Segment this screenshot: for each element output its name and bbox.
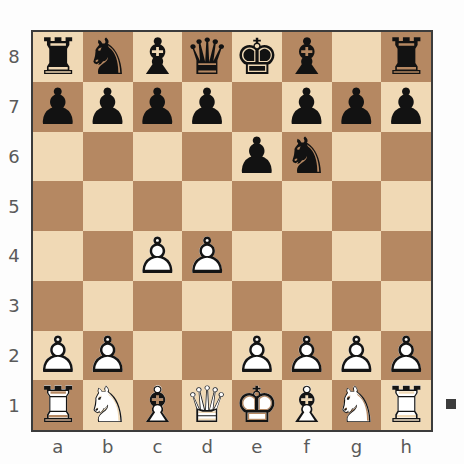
square-e2[interactable]: ♟♙ — [232, 331, 282, 381]
piece-fill: ♚ — [232, 32, 282, 82]
square-h7[interactable]: ♟ — [381, 82, 431, 132]
white-pawn[interactable]: ♟♙ — [332, 331, 382, 381]
square-h5[interactable] — [381, 181, 431, 231]
square-d5[interactable] — [182, 181, 232, 231]
square-g5[interactable] — [332, 181, 382, 231]
rank-label-2: 2 — [2, 331, 26, 381]
square-c2[interactable] — [133, 331, 183, 381]
piece-outline: ♙ — [332, 331, 382, 381]
rank-label-6: 6 — [2, 132, 26, 182]
white-king[interactable]: ♚♔ — [232, 380, 282, 430]
white-rook[interactable]: ♜♖ — [381, 380, 431, 430]
piece-fill: ♝ — [133, 32, 183, 82]
square-a3[interactable] — [33, 281, 83, 331]
piece-fill: ♞ — [282, 132, 332, 182]
piece-fill: ♟ — [282, 82, 332, 132]
square-e8[interactable]: ♚ — [232, 32, 282, 82]
square-a2[interactable]: ♟♙ — [33, 331, 83, 381]
white-bishop[interactable]: ♝♗ — [133, 380, 183, 430]
square-a8[interactable]: ♜ — [33, 32, 83, 82]
file-label-f: f — [282, 434, 332, 458]
board[interactable]: ♜♞♝♛♚♝♜♟♟♟♟♟♟♟♟♞♟♙♟♙♟♙♟♙♟♙♟♙♟♙♟♙♜♖♞♘♝♗♛♕… — [33, 32, 431, 430]
board-frame: ♜♞♝♛♚♝♜♟♟♟♟♟♟♟♟♞♟♙♟♙♟♙♟♙♟♙♟♙♟♙♟♙♜♖♞♘♝♗♛♕… — [31, 30, 433, 432]
square-d6[interactable] — [182, 132, 232, 182]
white-bishop[interactable]: ♝♗ — [282, 380, 332, 430]
square-f6[interactable]: ♞ — [282, 132, 332, 182]
square-h2[interactable]: ♟♙ — [381, 331, 431, 381]
piece-outline: ♘ — [332, 380, 382, 430]
piece-outline: ♙ — [33, 331, 83, 381]
rank-label-1: 1 — [2, 380, 26, 430]
piece-outline: ♙ — [133, 231, 183, 281]
file-label-e: e — [232, 434, 282, 458]
square-b5[interactable] — [83, 181, 133, 231]
piece-fill: ♜ — [381, 32, 431, 82]
file-labels: abcdefgh — [33, 434, 431, 458]
square-f5[interactable] — [282, 181, 332, 231]
square-c8[interactable]: ♝ — [133, 32, 183, 82]
square-e3[interactable] — [232, 281, 282, 331]
file-label-b: b — [83, 434, 133, 458]
square-g3[interactable] — [332, 281, 382, 331]
piece-outline: ♘ — [83, 380, 133, 430]
square-c1[interactable]: ♝♗ — [133, 380, 183, 430]
black-pawn[interactable]: ♟ — [133, 82, 183, 132]
white-pawn[interactable]: ♟♙ — [83, 331, 133, 381]
piece-fill: ♛ — [182, 32, 232, 82]
square-c4[interactable]: ♟♙ — [133, 231, 183, 281]
black-pawn[interactable]: ♟ — [232, 132, 282, 182]
piece-outline: ♔ — [232, 380, 282, 430]
square-b4[interactable] — [83, 231, 133, 281]
square-g7[interactable]: ♟ — [332, 82, 382, 132]
file-label-h: h — [381, 434, 431, 458]
square-b3[interactable] — [83, 281, 133, 331]
piece-fill: ♝ — [282, 32, 332, 82]
square-e5[interactable] — [232, 181, 282, 231]
white-pawn[interactable]: ♟♙ — [381, 331, 431, 381]
file-label-d: d — [182, 434, 232, 458]
black-pawn[interactable]: ♟ — [282, 82, 332, 132]
square-f4[interactable] — [282, 231, 332, 281]
rank-label-3: 3 — [2, 281, 26, 331]
square-b6[interactable] — [83, 132, 133, 182]
square-b1[interactable]: ♞♘ — [83, 380, 133, 430]
piece-fill: ♟ — [381, 82, 431, 132]
piece-fill: ♟ — [232, 132, 282, 182]
square-g2[interactable]: ♟♙ — [332, 331, 382, 381]
white-pawn[interactable]: ♟♙ — [182, 231, 232, 281]
square-f1[interactable]: ♝♗ — [282, 380, 332, 430]
piece-outline: ♙ — [381, 331, 431, 381]
square-h6[interactable] — [381, 132, 431, 182]
piece-outline: ♙ — [83, 331, 133, 381]
piece-fill: ♟ — [133, 82, 183, 132]
square-a7[interactable]: ♟ — [33, 82, 83, 132]
black-knight[interactable]: ♞ — [83, 32, 133, 82]
piece-fill: ♟ — [332, 82, 382, 132]
black-pawn[interactable]: ♟ — [83, 82, 133, 132]
black-queen[interactable]: ♛ — [182, 32, 232, 82]
square-d8[interactable]: ♛ — [182, 32, 232, 82]
piece-fill: ♟ — [182, 82, 232, 132]
piece-outline: ♖ — [33, 380, 83, 430]
square-f3[interactable] — [282, 281, 332, 331]
square-c7[interactable]: ♟ — [133, 82, 183, 132]
black-bishop[interactable]: ♝ — [133, 32, 183, 82]
piece-outline: ♕ — [182, 380, 232, 430]
square-c3[interactable] — [133, 281, 183, 331]
square-g4[interactable] — [332, 231, 382, 281]
piece-fill: ♟ — [33, 82, 83, 132]
file-label-c: c — [133, 434, 183, 458]
square-d1[interactable]: ♛♕ — [182, 380, 232, 430]
piece-fill: ♟ — [83, 82, 133, 132]
square-g8[interactable] — [332, 32, 382, 82]
black-rook[interactable]: ♜ — [381, 32, 431, 82]
file-label-g: g — [332, 434, 382, 458]
file-label-a: a — [33, 434, 83, 458]
black-king[interactable]: ♚ — [232, 32, 282, 82]
rank-label-7: 7 — [2, 82, 26, 132]
piece-outline: ♖ — [381, 380, 431, 430]
square-g6[interactable] — [332, 132, 382, 182]
white-knight[interactable]: ♞♘ — [332, 380, 382, 430]
black-pawn[interactable]: ♟ — [332, 82, 382, 132]
square-f2[interactable]: ♟♙ — [282, 331, 332, 381]
square-c5[interactable] — [133, 181, 183, 231]
page-background: 87654321 ♜♞♝♛♚♝♜♟♟♟♟♟♟♟♟♞♟♙♟♙♟♙♟♙♟♙♟♙♟♙♟… — [0, 0, 464, 464]
square-b2[interactable]: ♟♙ — [83, 331, 133, 381]
square-h3[interactable] — [381, 281, 431, 331]
white-pawn[interactable]: ♟♙ — [133, 231, 183, 281]
piece-outline: ♗ — [133, 380, 183, 430]
square-d4[interactable]: ♟♙ — [182, 231, 232, 281]
piece-outline: ♗ — [282, 380, 332, 430]
square-h1[interactable]: ♜♖ — [381, 380, 431, 430]
black-bishop[interactable]: ♝ — [282, 32, 332, 82]
white-queen[interactable]: ♛♕ — [182, 380, 232, 430]
square-a6[interactable] — [33, 132, 83, 182]
piece-outline: ♙ — [282, 331, 332, 381]
rank-label-8: 8 — [2, 32, 26, 82]
white-pawn[interactable]: ♟♙ — [33, 331, 83, 381]
white-knight[interactable]: ♞♘ — [83, 380, 133, 430]
square-h8[interactable]: ♜ — [381, 32, 431, 82]
square-b7[interactable]: ♟ — [83, 82, 133, 132]
rank-label-4: 4 — [2, 231, 26, 281]
white-rook[interactable]: ♜♖ — [33, 380, 83, 430]
square-d7[interactable]: ♟ — [182, 82, 232, 132]
black-pawn[interactable]: ♟ — [182, 82, 232, 132]
square-c6[interactable] — [133, 132, 183, 182]
square-d2[interactable] — [182, 331, 232, 381]
square-e1[interactable]: ♚♔ — [232, 380, 282, 430]
square-a4[interactable] — [33, 231, 83, 281]
square-d3[interactable] — [182, 281, 232, 331]
piece-outline: ♙ — [182, 231, 232, 281]
square-a1[interactable]: ♜♖ — [33, 380, 83, 430]
square-f7[interactable]: ♟ — [282, 82, 332, 132]
black-pawn[interactable]: ♟ — [381, 82, 431, 132]
square-f8[interactable]: ♝ — [282, 32, 332, 82]
square-e7[interactable] — [232, 82, 282, 132]
piece-outline: ♙ — [232, 331, 282, 381]
square-a5[interactable] — [33, 181, 83, 231]
white-pawn[interactable]: ♟♙ — [282, 331, 332, 381]
square-b8[interactable]: ♞ — [83, 32, 133, 82]
black-pawn[interactable]: ♟ — [33, 82, 83, 132]
black-rook[interactable]: ♜ — [33, 32, 83, 82]
square-h4[interactable] — [381, 231, 431, 281]
piece-fill: ♜ — [33, 32, 83, 82]
square-e6[interactable]: ♟ — [232, 132, 282, 182]
white-pawn[interactable]: ♟♙ — [232, 331, 282, 381]
rank-labels: 87654321 — [2, 32, 26, 430]
square-e4[interactable] — [232, 231, 282, 281]
square-g1[interactable]: ♞♘ — [332, 380, 382, 430]
piece-fill: ♞ — [83, 32, 133, 82]
black-knight[interactable]: ♞ — [282, 132, 332, 182]
side-to-move-indicator — [446, 399, 456, 409]
rank-label-5: 5 — [2, 181, 26, 231]
